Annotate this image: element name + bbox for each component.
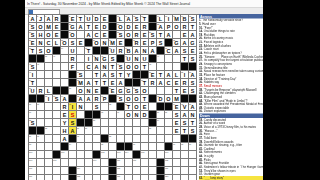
grid-cell[interactable] bbox=[133, 119, 141, 127]
grid-cell[interactable] bbox=[149, 143, 157, 151]
grid-cell[interactable]: M bbox=[45, 23, 53, 31]
grid-cell[interactable]: S bbox=[173, 111, 181, 119]
grid-cell[interactable] bbox=[125, 127, 133, 135]
grid-cell[interactable]: S bbox=[69, 111, 77, 119]
grid-cell[interactable]: 2J bbox=[37, 15, 45, 23]
grid-cell[interactable] bbox=[149, 175, 157, 180]
grid-cell[interactable]: T bbox=[189, 23, 197, 31]
grid-cell[interactable] bbox=[125, 135, 133, 143]
grid-cell[interactable] bbox=[37, 79, 45, 87]
grid-cell[interactable]: T bbox=[157, 31, 165, 39]
grid-cell[interactable] bbox=[53, 79, 61, 87]
grid-cell[interactable] bbox=[45, 159, 53, 167]
grid-cell[interactable] bbox=[37, 111, 45, 119]
grid-cell[interactable] bbox=[93, 175, 101, 180]
grid-cell[interactable] bbox=[53, 143, 61, 151]
grid-cell[interactable] bbox=[85, 135, 93, 143]
grid-cell[interactable]: U bbox=[69, 47, 77, 55]
grid-cell[interactable]: E bbox=[189, 47, 197, 55]
clue-panel[interactable]: Across1. The horizontally versatile shoe… bbox=[199, 14, 263, 180]
grid-cell[interactable]: N bbox=[133, 111, 141, 119]
grid-cell[interactable]: E bbox=[173, 127, 181, 135]
grid-cell[interactable]: 73T bbox=[125, 103, 133, 111]
grid-cell[interactable]: A bbox=[173, 47, 181, 55]
grid-cell[interactable]: 76A bbox=[189, 103, 197, 111]
grid-cell[interactable]: 8D bbox=[93, 15, 101, 23]
grid-cell[interactable]: 78 bbox=[101, 111, 109, 119]
grid-cell[interactable] bbox=[45, 111, 53, 119]
grid-cell[interactable] bbox=[37, 151, 45, 159]
grid-cell[interactable] bbox=[165, 55, 173, 63]
grid-cell[interactable]: 98 bbox=[181, 143, 189, 151]
grid-cell[interactable] bbox=[101, 159, 109, 167]
grid-cell[interactable]: E bbox=[77, 39, 85, 47]
grid-cell[interactable] bbox=[141, 159, 149, 167]
grid-cell[interactable] bbox=[101, 119, 109, 127]
grid-cell[interactable] bbox=[85, 167, 93, 175]
grid-cell[interactable] bbox=[149, 151, 157, 159]
grid-cell[interactable] bbox=[45, 135, 53, 143]
grid-cell[interactable]: S bbox=[189, 55, 197, 63]
grid-cell[interactable]: 36U bbox=[109, 47, 117, 55]
grid-cell[interactable] bbox=[45, 143, 53, 151]
grid-cell[interactable] bbox=[37, 167, 45, 175]
grid-cell[interactable] bbox=[157, 143, 165, 151]
grid-cell[interactable] bbox=[125, 175, 133, 180]
grid-cell[interactable]: 32G bbox=[173, 39, 181, 47]
grid-cell[interactable]: I bbox=[85, 55, 93, 63]
grid-cell[interactable] bbox=[61, 79, 69, 87]
grid-cell[interactable] bbox=[141, 167, 149, 175]
grid-cell[interactable]: 12S bbox=[133, 15, 141, 23]
grid-cell[interactable]: A bbox=[165, 71, 173, 79]
grid-cell[interactable]: S bbox=[157, 39, 165, 47]
grid-cell[interactable]: 11A bbox=[125, 15, 133, 23]
grid-cell[interactable] bbox=[149, 167, 157, 175]
grid-cell[interactable]: 15I bbox=[165, 15, 173, 23]
grid-cell[interactable]: R bbox=[141, 23, 149, 31]
grid-cell[interactable] bbox=[173, 175, 181, 180]
grid-cell[interactable]: E bbox=[61, 111, 69, 119]
grid-cell[interactable]: 3A bbox=[45, 15, 53, 23]
grid-cell[interactable]: 87 bbox=[85, 127, 93, 135]
grid-cell[interactable] bbox=[85, 159, 93, 167]
grid-cell[interactable]: G bbox=[189, 39, 197, 47]
grid-cell[interactable] bbox=[165, 119, 173, 127]
grid-cell[interactable] bbox=[45, 103, 53, 111]
grid-cell[interactable]: R bbox=[117, 47, 125, 55]
grid-cell[interactable]: D bbox=[101, 23, 109, 31]
grid-cell[interactable] bbox=[53, 175, 61, 180]
grid-cell[interactable] bbox=[85, 175, 93, 180]
grid-cell[interactable]: A bbox=[85, 79, 93, 87]
grid-cell[interactable]: F bbox=[69, 63, 77, 71]
grid-cell[interactable]: T bbox=[109, 63, 117, 71]
clue-item-selected[interactable]: 63. "___ long story" bbox=[199, 176, 263, 180]
grid-cell[interactable]: T bbox=[141, 63, 149, 71]
grid-cell[interactable] bbox=[189, 175, 197, 180]
grid-cell[interactable]: O bbox=[165, 95, 173, 103]
grid-cell[interactable] bbox=[101, 127, 109, 135]
grid-cell[interactable]: D bbox=[141, 111, 149, 119]
grid-cell[interactable] bbox=[189, 159, 197, 167]
grid-cell[interactable] bbox=[149, 87, 157, 95]
grid-cell[interactable]: 55M bbox=[77, 79, 85, 87]
grid-cell[interactable]: T bbox=[101, 79, 109, 87]
grid-cell[interactable] bbox=[109, 119, 117, 127]
grid-cell[interactable] bbox=[133, 175, 141, 180]
grid-cell[interactable]: A bbox=[101, 71, 109, 79]
grid-cell[interactable]: N bbox=[101, 63, 109, 71]
grid-cell[interactable] bbox=[181, 159, 189, 167]
grid-cell[interactable]: 118 bbox=[77, 175, 85, 180]
grid-cell[interactable]: S bbox=[69, 39, 77, 47]
grid-cell[interactable]: A bbox=[157, 79, 165, 87]
grid-cell[interactable] bbox=[45, 175, 53, 180]
grid-cell[interactable]: 120 bbox=[165, 175, 173, 180]
grid-cell[interactable]: 88 bbox=[149, 127, 157, 135]
grid-cell[interactable] bbox=[109, 151, 117, 159]
grid-cell[interactable]: A bbox=[69, 127, 77, 135]
grid-cell[interactable] bbox=[93, 167, 101, 175]
grid-cell[interactable] bbox=[45, 79, 53, 87]
grid-cell[interactable]: 90 bbox=[37, 135, 45, 143]
grid-cell[interactable]: R bbox=[149, 79, 157, 87]
grid-cell[interactable]: 75V bbox=[181, 103, 189, 111]
grid-cell[interactable] bbox=[173, 159, 181, 167]
grid-cell[interactable] bbox=[61, 175, 69, 180]
grid-cell[interactable] bbox=[69, 151, 77, 159]
grid-cell[interactable]: 33T bbox=[29, 47, 37, 55]
grid-cell[interactable]: E bbox=[173, 79, 181, 87]
grid-cell[interactable] bbox=[165, 135, 173, 143]
grid-cell[interactable] bbox=[173, 167, 181, 175]
grid-cell[interactable] bbox=[61, 159, 69, 167]
grid-cell[interactable] bbox=[61, 63, 69, 71]
grid-cell[interactable] bbox=[45, 63, 53, 71]
grid-cell[interactable]: 72 bbox=[109, 103, 117, 111]
grid-cell[interactable]: O bbox=[141, 87, 149, 95]
grid-cell[interactable]: R bbox=[181, 79, 189, 87]
grid-cell[interactable]: 63S bbox=[53, 95, 61, 103]
grid-cell[interactable]: E bbox=[181, 31, 189, 39]
grid-cell[interactable]: 57U bbox=[29, 87, 37, 95]
grid-cell[interactable]: T bbox=[181, 55, 189, 63]
grid-cell[interactable] bbox=[45, 71, 53, 79]
grid-cell[interactable]: H bbox=[61, 127, 69, 135]
grid-cell[interactable]: 6T bbox=[77, 15, 85, 23]
grid-cell[interactable]: Y bbox=[125, 71, 133, 79]
grid-cell[interactable] bbox=[125, 159, 133, 167]
grid-cell[interactable] bbox=[173, 63, 181, 71]
grid-cell[interactable]: 46 bbox=[37, 63, 45, 71]
grid-cell[interactable]: 79 bbox=[117, 111, 125, 119]
grid-cell[interactable]: T bbox=[173, 87, 181, 95]
grid-cell[interactable]: N bbox=[133, 55, 141, 63]
grid-cell[interactable]: A bbox=[165, 31, 173, 39]
grid-cell[interactable]: H bbox=[37, 31, 45, 39]
grid-cell[interactable]: E bbox=[141, 39, 149, 47]
grid-cell[interactable]: 101 bbox=[61, 151, 69, 159]
grid-cell[interactable] bbox=[117, 127, 125, 135]
grid-cell[interactable]: S bbox=[37, 47, 45, 55]
grid-cell[interactable]: 31R bbox=[133, 39, 141, 47]
grid-cell[interactable]: 40 bbox=[53, 55, 61, 63]
grid-cell[interactable]: N bbox=[101, 39, 109, 47]
grid-cell[interactable]: 25S bbox=[117, 31, 125, 39]
grid-cell[interactable]: 51E bbox=[149, 71, 157, 79]
grid-cell[interactable] bbox=[125, 119, 133, 127]
grid-cell[interactable]: 74E bbox=[173, 103, 181, 111]
grid-cell[interactable]: C bbox=[45, 39, 53, 47]
grid-cell[interactable]: E bbox=[101, 31, 109, 39]
grid-cell[interactable]: 62I bbox=[45, 95, 53, 103]
grid-cell[interactable] bbox=[189, 151, 197, 159]
grid-cell[interactable]: U bbox=[141, 55, 149, 63]
grid-cell[interactable] bbox=[181, 151, 189, 159]
grid-cell[interactable] bbox=[45, 151, 53, 159]
grid-cell[interactable]: O bbox=[37, 23, 45, 31]
grid-cell[interactable]: C bbox=[85, 63, 93, 71]
grid-cell[interactable]: A bbox=[181, 39, 189, 47]
grid-cell[interactable] bbox=[45, 167, 53, 175]
grid-cell[interactable]: O bbox=[45, 31, 53, 39]
grid-cell[interactable]: 67S bbox=[117, 95, 125, 103]
grid-cell[interactable] bbox=[133, 127, 141, 135]
grid-cell[interactable] bbox=[37, 159, 45, 167]
grid-cell[interactable]: R bbox=[181, 23, 189, 31]
grid-cell[interactable]: 119 bbox=[117, 175, 125, 180]
grid-cell[interactable]: 109 bbox=[93, 159, 101, 167]
grid-cell[interactable]: O bbox=[125, 31, 133, 39]
grid-cell[interactable] bbox=[101, 175, 109, 180]
grid-cell[interactable]: N bbox=[189, 111, 197, 119]
grid-cell[interactable]: 84 bbox=[157, 119, 165, 127]
grid-cell[interactable]: E bbox=[117, 39, 125, 47]
grid-cell[interactable] bbox=[85, 71, 93, 79]
grid-cell[interactable]: 82S bbox=[29, 119, 37, 127]
grid-cell[interactable] bbox=[157, 127, 165, 135]
grid-cell[interactable] bbox=[109, 111, 117, 119]
grid-cell[interactable]: 44 bbox=[157, 55, 165, 63]
grid-cell[interactable]: C bbox=[165, 79, 173, 87]
grid-cell[interactable]: D bbox=[125, 23, 133, 31]
grid-cell[interactable]: R bbox=[93, 95, 101, 103]
grid-cell[interactable]: T bbox=[117, 71, 125, 79]
grid-cell[interactable]: 65A bbox=[77, 95, 85, 103]
grid-cell[interactable]: R bbox=[37, 87, 45, 95]
grid-cell[interactable] bbox=[53, 111, 61, 119]
grid-cell[interactable] bbox=[53, 127, 61, 135]
grid-cell[interactable]: 92 bbox=[109, 135, 117, 143]
grid-cell[interactable]: 24O bbox=[69, 31, 77, 39]
grid-cell[interactable] bbox=[173, 55, 181, 63]
grid-cell[interactable]: 105 bbox=[141, 151, 149, 159]
grid-cell[interactable] bbox=[117, 135, 125, 143]
grid-cell[interactable]: L bbox=[173, 71, 181, 79]
grid-cell[interactable] bbox=[85, 103, 93, 111]
grid-cell[interactable]: N bbox=[85, 87, 93, 95]
grid-cell[interactable] bbox=[149, 159, 157, 167]
grid-cell[interactable]: 22A bbox=[157, 23, 165, 31]
grid-cell[interactable] bbox=[165, 127, 173, 135]
grid-cell[interactable]: 94 bbox=[69, 143, 77, 151]
grid-cell[interactable] bbox=[53, 63, 61, 71]
grid-cell[interactable] bbox=[133, 167, 141, 175]
grid-cell[interactable]: R bbox=[69, 55, 77, 63]
grid-cell[interactable]: T bbox=[157, 71, 165, 79]
grid-cell[interactable]: 7U bbox=[85, 15, 93, 23]
grid-cell[interactable] bbox=[37, 143, 45, 151]
grid-cell[interactable]: 53A bbox=[189, 71, 197, 79]
grid-cell[interactable]: A bbox=[93, 63, 101, 71]
grid-cell[interactable]: 29O bbox=[93, 39, 101, 47]
grid-cell[interactable] bbox=[141, 119, 149, 127]
grid-cell[interactable] bbox=[53, 119, 61, 127]
grid-cell[interactable]: S bbox=[181, 47, 189, 55]
grid-cell[interactable]: 26S bbox=[149, 31, 157, 39]
grid-cell[interactable] bbox=[141, 127, 149, 135]
grid-cell[interactable] bbox=[141, 135, 149, 143]
grid-cell[interactable] bbox=[53, 71, 61, 79]
grid-cell[interactable]: R bbox=[61, 103, 69, 111]
grid-cell[interactable]: E bbox=[181, 87, 189, 95]
grid-cell[interactable] bbox=[37, 119, 45, 127]
grid-cell[interactable]: O bbox=[125, 63, 133, 71]
grid-cell[interactable]: 97 bbox=[173, 143, 181, 151]
grid-cell[interactable] bbox=[93, 135, 101, 143]
grid-cell[interactable]: A bbox=[149, 47, 157, 55]
grid-cell[interactable]: 99 bbox=[189, 143, 197, 151]
grid-cell[interactable]: E bbox=[141, 103, 149, 111]
grid-cell[interactable] bbox=[117, 119, 125, 127]
grid-cell[interactable]: 71I bbox=[69, 103, 77, 111]
grid-cell[interactable] bbox=[77, 55, 85, 63]
grid-cell[interactable]: N bbox=[141, 47, 149, 55]
grid-cell[interactable]: S bbox=[69, 119, 77, 127]
grid-cell[interactable]: E bbox=[93, 87, 101, 95]
grid-cell[interactable]: L bbox=[53, 39, 61, 47]
grid-cell[interactable]: N bbox=[77, 103, 85, 111]
grid-cell[interactable]: 35T bbox=[85, 47, 93, 55]
grid-cell[interactable]: A bbox=[85, 31, 93, 39]
grid-cell[interactable]: E bbox=[133, 23, 141, 31]
grid-cell[interactable]: S bbox=[189, 127, 197, 135]
grid-cell[interactable]: A bbox=[61, 135, 69, 143]
grid-cell[interactable]: 34 bbox=[61, 47, 69, 55]
grid-cell[interactable] bbox=[165, 63, 173, 71]
grid-cell[interactable]: 47S bbox=[117, 63, 125, 71]
grid-cell[interactable] bbox=[37, 71, 45, 79]
grid-cell[interactable] bbox=[101, 167, 109, 175]
grid-cell[interactable] bbox=[149, 103, 157, 111]
grid-cell[interactable] bbox=[93, 143, 101, 151]
grid-cell[interactable]: 38C bbox=[165, 47, 173, 55]
grid-cell[interactable]: T bbox=[93, 79, 101, 87]
grid-cell[interactable]: 17B bbox=[181, 15, 189, 23]
grid-cell[interactable]: Y bbox=[61, 119, 69, 127]
grid-cell[interactable]: 39 bbox=[45, 55, 53, 63]
grid-cell[interactable] bbox=[61, 167, 69, 175]
grid-cell[interactable]: A bbox=[189, 31, 197, 39]
grid-cell[interactable]: 83 bbox=[93, 119, 101, 127]
grid-cell[interactable]: 81 bbox=[165, 111, 173, 119]
grid-cell[interactable]: O bbox=[133, 95, 141, 103]
grid-cell[interactable]: S bbox=[109, 71, 117, 79]
grid-cell[interactable] bbox=[61, 71, 69, 79]
grid-cell[interactable]: 102 bbox=[101, 151, 109, 159]
grid-cell[interactable]: O bbox=[173, 23, 181, 31]
grid-cell[interactable]: S bbox=[181, 119, 189, 127]
grid-cell[interactable] bbox=[53, 135, 61, 143]
grid-cell[interactable]: 56T bbox=[141, 79, 149, 87]
grid-cell[interactable]: 13T bbox=[141, 15, 149, 23]
grid-cell[interactable]: 16M bbox=[173, 15, 181, 23]
grid-cell[interactable]: A bbox=[181, 111, 189, 119]
grid-cell[interactable]: T bbox=[93, 71, 101, 79]
grid-cell[interactable]: S bbox=[189, 87, 197, 95]
grid-cell[interactable]: 41N bbox=[93, 55, 101, 63]
grid-cell[interactable] bbox=[109, 143, 117, 151]
grid-cell[interactable]: 85 bbox=[45, 127, 53, 135]
grid-cell[interactable]: T bbox=[189, 119, 197, 127]
grid-cell[interactable]: E bbox=[173, 119, 181, 127]
grid-cell[interactable]: S bbox=[109, 55, 117, 63]
grid-cell[interactable]: 4R bbox=[53, 15, 61, 23]
grid-cell[interactable]: 117 bbox=[29, 175, 37, 180]
grid-cell[interactable] bbox=[173, 151, 181, 159]
grid-cell[interactable] bbox=[125, 167, 133, 175]
grid-cell[interactable] bbox=[157, 151, 165, 159]
grid-cell[interactable]: 52I bbox=[181, 71, 189, 79]
grid-cell[interactable]: 43U bbox=[125, 55, 133, 63]
grid-cell[interactable]: 108 bbox=[53, 159, 61, 167]
grid-cell[interactable]: T bbox=[141, 95, 149, 103]
grid-cell[interactable]: O bbox=[125, 111, 133, 119]
grid-cell[interactable] bbox=[141, 175, 149, 180]
grid-cell[interactable] bbox=[165, 87, 173, 95]
grid-cell[interactable] bbox=[189, 167, 197, 175]
grid-cell[interactable]: 104 bbox=[125, 151, 133, 159]
grid-cell[interactable]: P bbox=[165, 23, 173, 31]
grid-cell[interactable]: S bbox=[93, 103, 101, 111]
grid-cell[interactable]: 42G bbox=[101, 55, 109, 63]
grid-cell[interactable]: 96 bbox=[133, 143, 141, 151]
grid-cell[interactable]: 66P bbox=[101, 95, 109, 103]
grid-cell[interactable]: N bbox=[37, 39, 45, 47]
grid-cell[interactable] bbox=[53, 167, 61, 175]
grid-cell[interactable] bbox=[157, 135, 165, 143]
grid-cell[interactable] bbox=[93, 127, 101, 135]
grid-cell[interactable] bbox=[69, 159, 77, 167]
grid-cell[interactable] bbox=[149, 135, 157, 143]
crossword-grid[interactable]: 1A2J3A4R5E6T7U8D9E10L11A12S13T14L15I16M1… bbox=[28, 14, 199, 180]
grid-cell[interactable]: O bbox=[133, 63, 141, 71]
grid-cell[interactable] bbox=[77, 111, 85, 119]
grid-cell[interactable]: 59E bbox=[109, 87, 117, 95]
grid-cell[interactable]: T bbox=[85, 23, 93, 31]
grid-cell[interactable]: 58 bbox=[69, 87, 77, 95]
grid-cell[interactable]: E bbox=[53, 31, 61, 39]
grid-cell[interactable] bbox=[85, 151, 93, 159]
grid-cell[interactable]: A bbox=[85, 95, 93, 103]
grid-cell[interactable]: 9E bbox=[101, 15, 109, 23]
grid-cell[interactable] bbox=[53, 103, 61, 111]
grid-cell[interactable]: O bbox=[133, 103, 141, 111]
grid-cell[interactable]: E bbox=[141, 31, 149, 39]
grid-cell[interactable] bbox=[77, 47, 85, 55]
grid-cell[interactable]: E bbox=[93, 23, 101, 31]
